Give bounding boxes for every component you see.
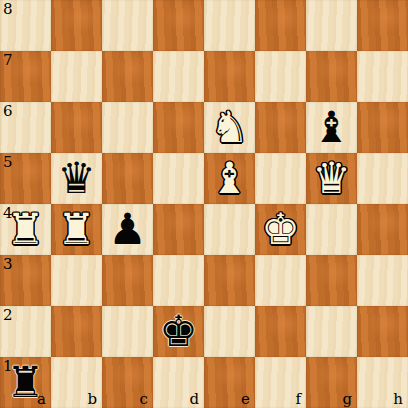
square-a1[interactable]: 1a♜ xyxy=(0,357,51,408)
square-e2[interactable] xyxy=(204,306,255,357)
square-b1[interactable]: b xyxy=(51,357,102,408)
rank-label-3: 3 xyxy=(3,257,13,272)
square-f7[interactable] xyxy=(255,51,306,102)
square-h1[interactable]: h xyxy=(357,357,408,408)
square-e3[interactable] xyxy=(204,255,255,306)
square-g7[interactable] xyxy=(306,51,357,102)
square-f1[interactable]: f xyxy=(255,357,306,408)
file-label-c: c xyxy=(140,392,148,407)
square-a3[interactable]: 3 xyxy=(0,255,51,306)
square-h3[interactable] xyxy=(357,255,408,306)
square-h8[interactable] xyxy=(357,0,408,51)
square-e4[interactable] xyxy=(204,204,255,255)
white-bishop[interactable]: ♝ xyxy=(204,153,255,204)
square-g5[interactable]: ♛ xyxy=(306,153,357,204)
file-label-e: e xyxy=(241,392,250,407)
white-rook[interactable]: ♜ xyxy=(51,204,102,255)
square-c6[interactable] xyxy=(102,102,153,153)
square-a2[interactable]: 2 xyxy=(0,306,51,357)
square-e7[interactable] xyxy=(204,51,255,102)
square-f3[interactable] xyxy=(255,255,306,306)
rank-label-7: 7 xyxy=(3,53,13,68)
square-g2[interactable] xyxy=(306,306,357,357)
file-label-a: a xyxy=(37,392,46,407)
square-c1[interactable]: c xyxy=(102,357,153,408)
chess-board: 876♞♝5♛♝♛4♜♜♟♚32♚1a♜bcdefgh xyxy=(0,0,408,408)
black-king[interactable]: ♚ xyxy=(153,306,204,357)
square-b2[interactable] xyxy=(51,306,102,357)
square-c8[interactable] xyxy=(102,0,153,51)
square-a8[interactable]: 8 xyxy=(0,0,51,51)
square-c2[interactable] xyxy=(102,306,153,357)
square-b3[interactable] xyxy=(51,255,102,306)
square-b8[interactable] xyxy=(51,0,102,51)
square-a6[interactable]: 6 xyxy=(0,102,51,153)
square-c4[interactable]: ♟ xyxy=(102,204,153,255)
square-h2[interactable] xyxy=(357,306,408,357)
square-g3[interactable] xyxy=(306,255,357,306)
file-label-f: f xyxy=(295,392,301,407)
square-g1[interactable]: g xyxy=(306,357,357,408)
square-f4[interactable]: ♚ xyxy=(255,204,306,255)
rank-label-4: 4 xyxy=(3,206,13,221)
square-d2[interactable]: ♚ xyxy=(153,306,204,357)
square-d1[interactable]: d xyxy=(153,357,204,408)
square-g8[interactable] xyxy=(306,0,357,51)
square-b5[interactable]: ♛ xyxy=(51,153,102,204)
square-e1[interactable]: e xyxy=(204,357,255,408)
black-bishop[interactable]: ♝ xyxy=(306,102,357,153)
square-h6[interactable] xyxy=(357,102,408,153)
square-b6[interactable] xyxy=(51,102,102,153)
square-g6[interactable]: ♝ xyxy=(306,102,357,153)
square-a5[interactable]: 5 xyxy=(0,153,51,204)
file-label-h: h xyxy=(393,392,403,407)
square-d6[interactable] xyxy=(153,102,204,153)
square-f8[interactable] xyxy=(255,0,306,51)
square-c5[interactable] xyxy=(102,153,153,204)
square-e5[interactable]: ♝ xyxy=(204,153,255,204)
square-d8[interactable] xyxy=(153,0,204,51)
file-label-b: b xyxy=(87,392,97,407)
square-f6[interactable] xyxy=(255,102,306,153)
black-pawn[interactable]: ♟ xyxy=(102,204,153,255)
square-d5[interactable] xyxy=(153,153,204,204)
white-king[interactable]: ♚ xyxy=(255,204,306,255)
square-e8[interactable] xyxy=(204,0,255,51)
square-d4[interactable] xyxy=(153,204,204,255)
rank-label-8: 8 xyxy=(3,2,13,17)
square-a4[interactable]: 4♜ xyxy=(0,204,51,255)
square-d3[interactable] xyxy=(153,255,204,306)
file-label-d: d xyxy=(189,392,199,407)
square-e6[interactable]: ♞ xyxy=(204,102,255,153)
square-d7[interactable] xyxy=(153,51,204,102)
square-f5[interactable] xyxy=(255,153,306,204)
square-b7[interactable] xyxy=(51,51,102,102)
square-h7[interactable] xyxy=(357,51,408,102)
square-a7[interactable]: 7 xyxy=(0,51,51,102)
square-c3[interactable] xyxy=(102,255,153,306)
file-label-g: g xyxy=(342,392,352,407)
square-c7[interactable] xyxy=(102,51,153,102)
rank-label-1: 1 xyxy=(3,359,13,374)
rank-label-2: 2 xyxy=(3,308,13,323)
square-g4[interactable] xyxy=(306,204,357,255)
square-b4[interactable]: ♜ xyxy=(51,204,102,255)
square-f2[interactable] xyxy=(255,306,306,357)
rank-label-6: 6 xyxy=(3,104,13,119)
black-queen[interactable]: ♛ xyxy=(51,153,102,204)
white-queen[interactable]: ♛ xyxy=(306,153,357,204)
square-h4[interactable] xyxy=(357,204,408,255)
square-h5[interactable] xyxy=(357,153,408,204)
rank-label-5: 5 xyxy=(3,155,13,170)
white-knight[interactable]: ♞ xyxy=(204,102,255,153)
